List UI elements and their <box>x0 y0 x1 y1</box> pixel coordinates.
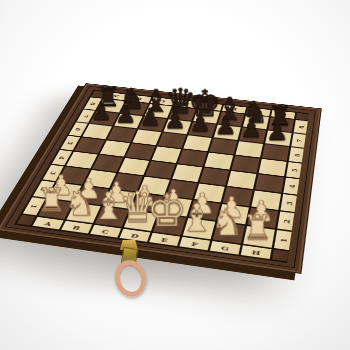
file-letter: A <box>43 220 52 226</box>
product-photo-scene: ABCDEFGH8♜♞♝♛♚♝♞♜87♟♟♟♟♟♟♟♟7665544332♟♟♟… <box>0 0 350 350</box>
square-g5[interactable] <box>231 156 259 173</box>
rank-label-right-4: 4 <box>283 178 299 195</box>
square-e4[interactable] <box>172 164 202 182</box>
piece-white-rook-h1[interactable]: ♜ <box>234 211 281 245</box>
rank-label-left-5: 5 <box>61 136 81 151</box>
square-f5[interactable] <box>205 153 234 170</box>
brass-latch <box>104 238 156 304</box>
rank-label-right-5: 5 <box>286 162 301 178</box>
square-d4[interactable] <box>145 161 175 178</box>
rank-number: 3 <box>284 201 293 206</box>
square-c4[interactable] <box>119 158 150 175</box>
square-e5[interactable] <box>178 149 207 166</box>
file-letter: E <box>160 236 169 243</box>
square-h7[interactable]: ♟ <box>265 130 291 146</box>
piece-black-pawn-h7[interactable]: ♟ <box>258 119 298 144</box>
file-letter: G <box>221 244 230 251</box>
square-a4[interactable] <box>66 152 97 169</box>
square-h1[interactable]: ♜ <box>243 226 275 248</box>
square-d5[interactable] <box>152 146 181 163</box>
file-letter: H <box>251 248 261 255</box>
square-b5[interactable] <box>100 140 130 156</box>
rank-number: 4 <box>287 184 296 188</box>
board-grid: ABCDEFGH8♜♞♝♛♚♝♞♜87♟♟♟♟♟♟♟♟7665544332♟♟♟… <box>14 90 309 263</box>
square-a5[interactable] <box>75 137 105 153</box>
file-letter: B <box>72 224 82 231</box>
square-b4[interactable] <box>92 155 123 172</box>
latch-ring <box>111 257 150 300</box>
rank-label-right-6: 6 <box>289 147 304 162</box>
square-c5[interactable] <box>126 143 156 159</box>
square-h5[interactable] <box>259 159 287 176</box>
file-label-bottom-h: H <box>241 245 272 259</box>
rank-number: 5 <box>66 141 75 145</box>
square-h6[interactable] <box>262 144 289 160</box>
frame-corner <box>272 250 289 262</box>
rank-number: 5 <box>290 168 299 172</box>
rank-number: 6 <box>74 127 83 131</box>
square-h4[interactable] <box>255 174 284 192</box>
file-letter: F <box>191 240 199 247</box>
rank-number: 6 <box>292 153 300 157</box>
square-f4[interactable] <box>200 168 230 186</box>
rank-number: 4 <box>57 156 66 160</box>
square-g4[interactable] <box>227 171 256 189</box>
file-letter: C <box>101 228 110 235</box>
